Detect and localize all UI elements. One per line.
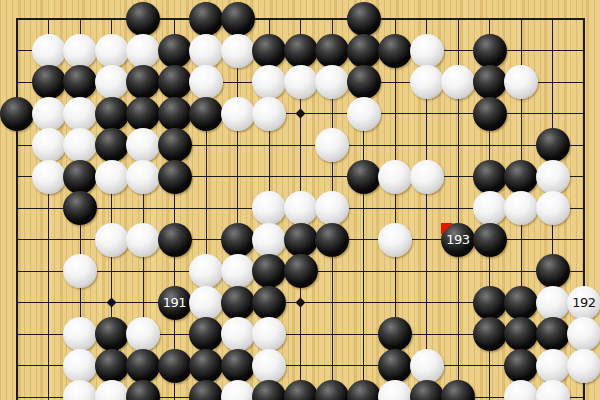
white-stone: [126, 34, 160, 68]
white-stone: [536, 286, 570, 320]
white-stone: [63, 380, 97, 400]
white-stone: [126, 223, 160, 257]
white-stone: [95, 34, 129, 68]
hoshi-dot: [107, 298, 117, 308]
white-stone: [32, 34, 66, 68]
white-stone: [126, 317, 160, 351]
black-stone: [158, 349, 192, 383]
black-stone: [347, 34, 381, 68]
white-stone: [315, 65, 349, 99]
screenshot-root: 191192193: [0, 0, 600, 400]
white-stone: [378, 160, 412, 194]
black-stone: [221, 286, 255, 320]
white-stone: [252, 223, 286, 257]
white-stone: [504, 380, 538, 400]
black-stone: [126, 2, 160, 36]
black-stone: [221, 2, 255, 36]
black-stone: [252, 286, 286, 320]
black-stone: [410, 380, 444, 400]
black-stone: [95, 349, 129, 383]
white-stone: [221, 97, 255, 131]
black-stone: [158, 160, 192, 194]
white-stone: [504, 191, 538, 225]
black-stone: [473, 34, 507, 68]
hoshi-dot: [296, 298, 306, 308]
white-stone: [567, 317, 600, 351]
black-stone: [378, 349, 412, 383]
move-number-label: 191: [158, 286, 192, 320]
white-stone: [221, 380, 255, 400]
black-stone: [252, 380, 286, 400]
white-stone: [95, 223, 129, 257]
white-stone: [63, 254, 97, 288]
white-stone: [536, 160, 570, 194]
black-stone: [378, 317, 412, 351]
black-stone: [315, 34, 349, 68]
white-stone: [221, 34, 255, 68]
black-stone: [347, 65, 381, 99]
black-stone: [347, 2, 381, 36]
black-stone: [536, 317, 570, 351]
white-stone: [315, 191, 349, 225]
white-stone: [252, 97, 286, 131]
black-stone: [315, 223, 349, 257]
black-stone: [252, 254, 286, 288]
black-stone: [252, 34, 286, 68]
black-stone: [284, 380, 318, 400]
black-stone: [473, 97, 507, 131]
white-stone: [315, 128, 349, 162]
black-stone: [63, 191, 97, 225]
black-stone: [347, 380, 381, 400]
move-number-label: 192: [567, 286, 600, 320]
white-stone: [221, 317, 255, 351]
black-stone: [189, 380, 223, 400]
black-stone: [158, 34, 192, 68]
grid-line-vertical: [16, 18, 18, 400]
white-stone: [504, 65, 538, 99]
black-stone: [284, 223, 318, 257]
black-stone: [158, 65, 192, 99]
black-stone: [32, 65, 66, 99]
black-stone: [504, 349, 538, 383]
white-stone: [252, 65, 286, 99]
black-stone: [378, 34, 412, 68]
white-stone: [32, 160, 66, 194]
black-stone: [95, 317, 129, 351]
white-stone: [410, 34, 444, 68]
white-stone: [536, 191, 570, 225]
black-stone: [126, 65, 160, 99]
black-stone: [473, 223, 507, 257]
white-stone: [189, 286, 223, 320]
black-stone: [158, 223, 192, 257]
black-stone: [441, 380, 475, 400]
white-stone: [63, 349, 97, 383]
black-stone: [63, 160, 97, 194]
black-stone: [284, 34, 318, 68]
go-board[interactable]: 191192193: [0, 0, 600, 400]
black-stone: [473, 286, 507, 320]
black-stone: [315, 380, 349, 400]
black-stone: [504, 160, 538, 194]
hoshi-dot: [296, 109, 306, 119]
white-stone: [473, 191, 507, 225]
white-stone: [284, 65, 318, 99]
black-stone: [95, 97, 129, 131]
white-stone: [252, 317, 286, 351]
white-stone: [189, 65, 223, 99]
black-stone: [63, 65, 97, 99]
white-stone: [189, 254, 223, 288]
black-stone: [95, 128, 129, 162]
white-stone: [284, 191, 318, 225]
white-stone: [252, 191, 286, 225]
black-stone: [473, 317, 507, 351]
black-stone: [536, 254, 570, 288]
white-stone: [378, 380, 412, 400]
white-stone: [63, 128, 97, 162]
white-stone: [536, 349, 570, 383]
black-stone: [158, 128, 192, 162]
black-stone: [189, 2, 223, 36]
black-stone: [126, 349, 160, 383]
white-stone: [410, 160, 444, 194]
white-stone: [95, 380, 129, 400]
black-stone: [221, 223, 255, 257]
white-stone: [32, 97, 66, 131]
black-stone: [221, 349, 255, 383]
black-stone: [284, 254, 318, 288]
white-stone: [189, 34, 223, 68]
black-stone: [504, 286, 538, 320]
white-stone: [347, 97, 381, 131]
black-stone: [0, 97, 34, 131]
white-stone: [63, 317, 97, 351]
white-stone: [63, 34, 97, 68]
black-stone: [189, 317, 223, 351]
white-stone: [95, 65, 129, 99]
white-stone: [95, 160, 129, 194]
black-stone: [126, 97, 160, 131]
white-stone: [63, 97, 97, 131]
white-stone: [252, 349, 286, 383]
white-stone: [221, 254, 255, 288]
white-stone: [410, 65, 444, 99]
black-stone: [504, 317, 538, 351]
black-stone: [347, 160, 381, 194]
black-stone: [189, 349, 223, 383]
black-stone: [126, 380, 160, 400]
white-stone: [126, 128, 160, 162]
white-stone: [536, 380, 570, 400]
black-stone: [473, 65, 507, 99]
last-move-marker-red-triangle: [441, 223, 453, 235]
white-stone: [441, 65, 475, 99]
white-stone: [410, 349, 444, 383]
black-stone: [158, 97, 192, 131]
black-stone: [473, 160, 507, 194]
black-stone: [189, 97, 223, 131]
white-stone: [32, 128, 66, 162]
white-stone: [567, 349, 600, 383]
white-stone: [378, 223, 412, 257]
white-stone: [126, 160, 160, 194]
black-stone: [536, 128, 570, 162]
